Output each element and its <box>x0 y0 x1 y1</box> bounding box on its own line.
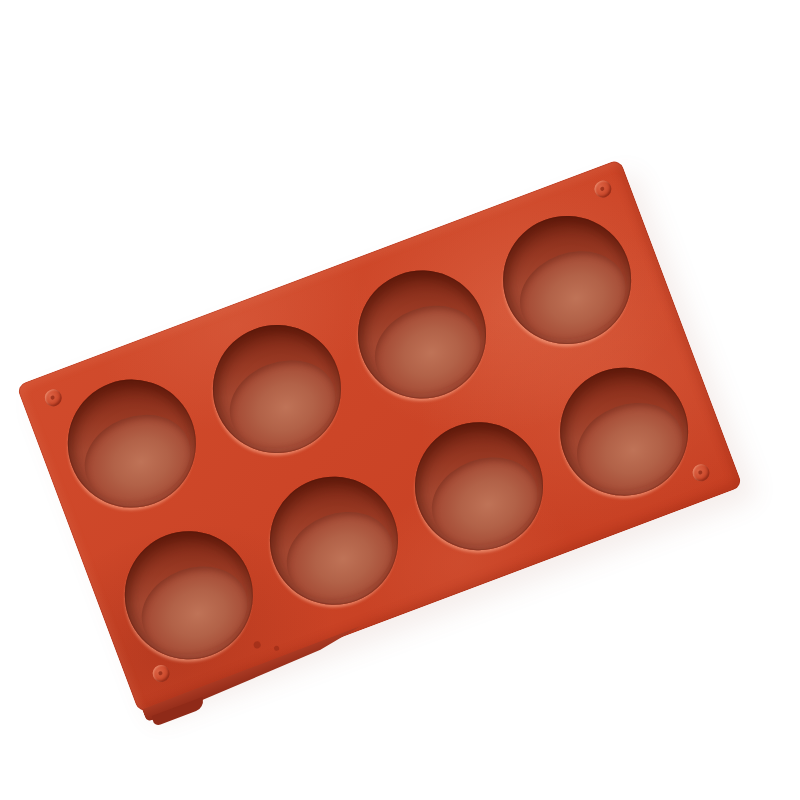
corner-dimple-2 <box>592 178 614 200</box>
corner-dimple-1 <box>42 387 64 409</box>
surface-blemish-1 <box>253 640 262 649</box>
mold-cavity-r1-c4 <box>485 198 650 363</box>
surface-blemish-2 <box>273 645 279 651</box>
mold-cavity-r1-c1 <box>49 361 214 526</box>
mold-cavity-r2-c2 <box>252 458 417 623</box>
silicone-mold <box>16 159 743 714</box>
mold-cavity-r1-c2 <box>195 307 360 472</box>
corner-dimple-3 <box>690 462 712 484</box>
mold-cavity-r1-c3 <box>340 252 505 417</box>
photo-canvas <box>0 0 800 800</box>
mold-cavity-r2-c4 <box>542 349 707 514</box>
mold-cavity-r2-c1 <box>106 513 271 678</box>
mold-cavity-r2-c3 <box>397 404 562 569</box>
corner-dimple-4 <box>150 663 172 685</box>
